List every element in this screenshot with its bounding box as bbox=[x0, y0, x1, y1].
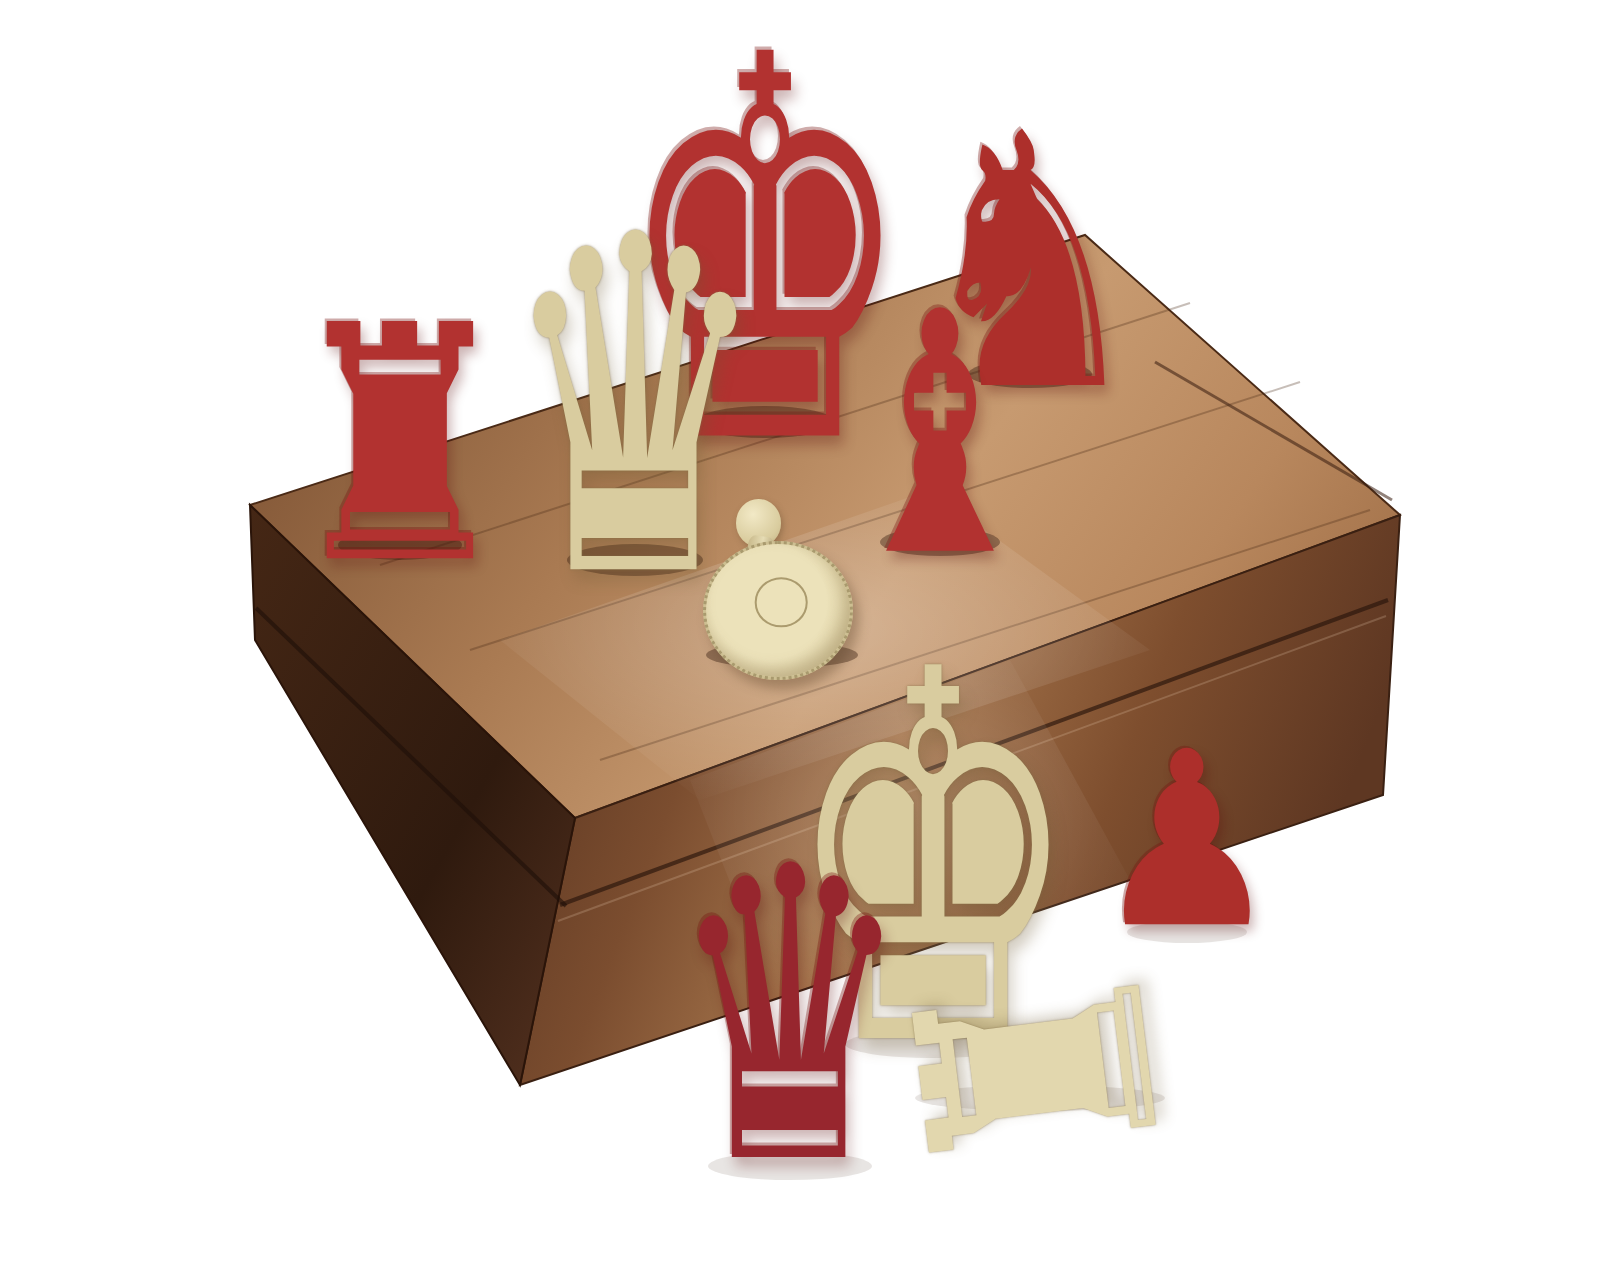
scene: ♜♛♚♝♞♚♟♛♜ bbox=[0, 0, 1600, 1280]
wooden-box bbox=[0, 0, 1600, 1280]
